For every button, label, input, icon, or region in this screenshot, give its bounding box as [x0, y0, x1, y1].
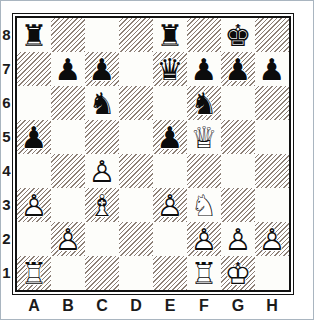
black-pawn-icon: ♟	[221, 52, 255, 86]
square-c7[interactable]: ♟♟	[85, 52, 119, 86]
square-f3[interactable]: ♞♘	[187, 188, 221, 222]
square-e7[interactable]: ♛♛	[153, 52, 187, 86]
square-e4[interactable]	[153, 154, 187, 188]
piece-fill: ♟	[187, 222, 221, 256]
square-c6[interactable]: ♞♞	[85, 86, 119, 120]
black-pawn-icon: ♟	[51, 52, 85, 86]
file-label-h: H	[255, 295, 289, 317]
white-pawn-icon: ♙	[85, 154, 119, 188]
square-h3[interactable]	[255, 188, 289, 222]
square-f6[interactable]: ♞♞	[187, 86, 221, 120]
piece-fill: ♟	[17, 120, 51, 154]
square-g5[interactable]	[221, 120, 255, 154]
square-f1[interactable]: ♜♖	[187, 256, 221, 290]
square-a2[interactable]	[17, 222, 51, 256]
square-e5[interactable]: ♟♟	[153, 120, 187, 154]
rank-label-8: 8	[1, 18, 12, 52]
piece-fill: ♟	[153, 188, 187, 222]
piece-fill: ♟	[85, 52, 119, 86]
file-label-c: C	[85, 295, 119, 317]
square-g1[interactable]: ♚♔	[221, 256, 255, 290]
square-g4[interactable]	[221, 154, 255, 188]
rank-label-5: 5	[1, 120, 12, 154]
square-b4[interactable]	[51, 154, 85, 188]
piece-fill: ♚	[221, 18, 255, 52]
square-a6[interactable]	[17, 86, 51, 120]
black-pawn-icon: ♟	[153, 120, 187, 154]
white-pawn-icon: ♙	[17, 188, 51, 222]
piece-fill: ♟	[153, 120, 187, 154]
file-labels: ABCDEFGH	[17, 295, 289, 317]
square-d2[interactable]	[119, 222, 153, 256]
black-knight-icon: ♞	[85, 86, 119, 120]
square-e8[interactable]: ♜♜	[153, 18, 187, 52]
piece-fill: ♟	[221, 222, 255, 256]
square-d3[interactable]	[119, 188, 153, 222]
square-d1[interactable]	[119, 256, 153, 290]
file-label-e: E	[153, 295, 187, 317]
black-rook-icon: ♜	[17, 18, 51, 52]
square-d6[interactable]	[119, 86, 153, 120]
rank-label-6: 6	[1, 86, 12, 120]
piece-fill: ♝	[85, 188, 119, 222]
square-h2[interactable]: ♟♙	[255, 222, 289, 256]
piece-fill: ♟	[51, 52, 85, 86]
file-label-g: G	[221, 295, 255, 317]
square-g8[interactable]: ♚♚	[221, 18, 255, 52]
black-pawn-icon: ♟	[255, 52, 289, 86]
piece-fill: ♟	[85, 154, 119, 188]
square-d5[interactable]	[119, 120, 153, 154]
square-e3[interactable]: ♟♙	[153, 188, 187, 222]
square-c4[interactable]: ♟♙	[85, 154, 119, 188]
rank-labels: 87654321	[1, 18, 12, 290]
white-pawn-icon: ♙	[153, 188, 187, 222]
black-pawn-icon: ♟	[187, 52, 221, 86]
rank-label-3: 3	[1, 188, 12, 222]
square-c2[interactable]	[85, 222, 119, 256]
square-g7[interactable]: ♟♟	[221, 52, 255, 86]
white-pawn-icon: ♙	[51, 222, 85, 256]
square-h4[interactable]	[255, 154, 289, 188]
piece-fill: ♞	[187, 86, 221, 120]
white-rook-icon: ♖	[187, 256, 221, 290]
black-knight-icon: ♞	[187, 86, 221, 120]
square-a1[interactable]: ♜♖	[17, 256, 51, 290]
piece-fill: ♟	[221, 52, 255, 86]
black-queen-icon: ♛	[153, 52, 187, 86]
square-b7[interactable]: ♟♟	[51, 52, 85, 86]
piece-fill: ♞	[187, 188, 221, 222]
square-c8[interactable]	[85, 18, 119, 52]
piece-fill: ♛	[153, 52, 187, 86]
white-pawn-icon: ♙	[187, 222, 221, 256]
rank-label-4: 4	[1, 154, 12, 188]
piece-fill: ♛	[187, 120, 221, 154]
black-pawn-icon: ♟	[85, 52, 119, 86]
square-a8[interactable]: ♜♜	[17, 18, 51, 52]
square-d7[interactable]	[119, 52, 153, 86]
square-g2[interactable]: ♟♙	[221, 222, 255, 256]
file-label-b: B	[51, 295, 85, 317]
file-label-d: D	[119, 295, 153, 317]
square-g3[interactable]	[221, 188, 255, 222]
square-c5[interactable]	[85, 120, 119, 154]
chess-board: ♜♜♜♜♚♚♟♟♟♟♛♛♟♟♟♟♟♟♞♞♞♞♟♟♟♟♛♕♟♙♟♙♝♗♟♙♞♘♟♙…	[15, 16, 291, 292]
piece-fill: ♟	[255, 52, 289, 86]
square-b1[interactable]	[51, 256, 85, 290]
white-pawn-icon: ♙	[255, 222, 289, 256]
piece-fill: ♟	[255, 222, 289, 256]
square-h8[interactable]	[255, 18, 289, 52]
square-h6[interactable]	[255, 86, 289, 120]
square-d4[interactable]	[119, 154, 153, 188]
square-f5[interactable]: ♛♕	[187, 120, 221, 154]
square-b6[interactable]	[51, 86, 85, 120]
square-b2[interactable]: ♟♙	[51, 222, 85, 256]
black-pawn-icon: ♟	[17, 120, 51, 154]
white-pawn-icon: ♙	[221, 222, 255, 256]
piece-fill: ♚	[221, 256, 255, 290]
square-a3[interactable]: ♟♙	[17, 188, 51, 222]
piece-fill: ♜	[17, 256, 51, 290]
square-c1[interactable]	[85, 256, 119, 290]
square-b3[interactable]	[51, 188, 85, 222]
square-h1[interactable]	[255, 256, 289, 290]
square-b8[interactable]	[51, 18, 85, 52]
square-e6[interactable]	[153, 86, 187, 120]
white-knight-icon: ♘	[187, 188, 221, 222]
rank-label-2: 2	[1, 222, 12, 256]
square-g6[interactable]	[221, 86, 255, 120]
piece-fill: ♟	[17, 188, 51, 222]
board-frame: ♜♜♜♜♚♚♟♟♟♟♛♛♟♟♟♟♟♟♞♞♞♞♟♟♟♟♛♕♟♙♟♙♝♗♟♙♞♘♟♙…	[12, 13, 294, 295]
square-f8[interactable]	[187, 18, 221, 52]
square-f4[interactable]	[187, 154, 221, 188]
piece-fill: ♟	[51, 222, 85, 256]
file-label-a: A	[17, 295, 51, 317]
file-label-f: F	[187, 295, 221, 317]
square-e2[interactable]	[153, 222, 187, 256]
rank-label-7: 7	[1, 52, 12, 86]
piece-fill: ♞	[85, 86, 119, 120]
square-h5[interactable]	[255, 120, 289, 154]
white-king-icon: ♔	[221, 256, 255, 290]
piece-fill: ♜	[153, 18, 187, 52]
square-c3[interactable]: ♝♗	[85, 188, 119, 222]
piece-fill: ♜	[17, 18, 51, 52]
white-queen-icon: ♕	[187, 120, 221, 154]
square-a4[interactable]	[17, 154, 51, 188]
chess-diagram: 87654321 ♜♜♜♜♚♚♟♟♟♟♛♛♟♟♟♟♟♟♞♞♞♞♟♟♟♟♛♕♟♙♟…	[0, 0, 314, 320]
black-king-icon: ♚	[221, 18, 255, 52]
white-rook-icon: ♖	[17, 256, 51, 290]
square-f7[interactable]: ♟♟	[187, 52, 221, 86]
square-e1[interactable]	[153, 256, 187, 290]
square-a7[interactable]	[17, 52, 51, 86]
square-d8[interactable]	[119, 18, 153, 52]
rank-label-1: 1	[1, 256, 12, 290]
piece-fill: ♜	[187, 256, 221, 290]
square-b5[interactable]	[51, 120, 85, 154]
piece-fill: ♟	[187, 52, 221, 86]
square-h7[interactable]: ♟♟	[255, 52, 289, 86]
white-bishop-icon: ♗	[85, 188, 119, 222]
square-a5[interactable]: ♟♟	[17, 120, 51, 154]
black-rook-icon: ♜	[153, 18, 187, 52]
square-f2[interactable]: ♟♙	[187, 222, 221, 256]
